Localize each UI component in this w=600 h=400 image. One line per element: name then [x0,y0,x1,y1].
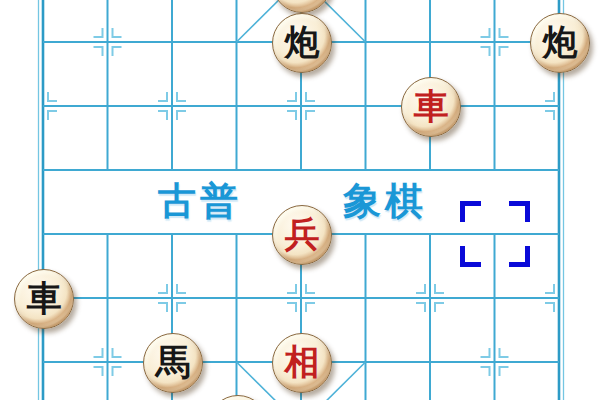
river-text-left: 古普 [158,176,242,227]
piece-black-cannon-1[interactable]: 炮 [272,13,332,73]
piece-character: 兵 [285,217,320,252]
piece-red-elephant[interactable]: 相 [272,333,332,393]
piece-character: 炮 [285,25,320,60]
piece-red-soldier[interactable]: 兵 [272,205,332,265]
piece-character: 馬 [156,345,191,380]
piece-black-chariot[interactable]: 車 [14,269,74,329]
piece-character: 炮 [543,25,578,60]
piece-red-chariot[interactable]: 車 [401,77,461,137]
bracket-corner-icon [509,201,530,222]
bracket-corner-icon [460,246,481,267]
river-text-right: 象棋 [343,176,427,227]
piece-character: 車 [414,89,449,124]
piece-black-horse[interactable]: 馬 [143,333,203,393]
piece-character: 相 [285,345,320,380]
piece-character: 車 [27,281,62,316]
bracket-corner-icon [509,246,530,267]
piece-black-cannon-2[interactable]: 炮 [530,13,590,73]
bracket-corner-icon [460,201,481,222]
move-indicator [460,201,530,267]
xiangqi-board[interactable]: 古普 象棋 炮炮車兵車馬相 [0,0,600,400]
